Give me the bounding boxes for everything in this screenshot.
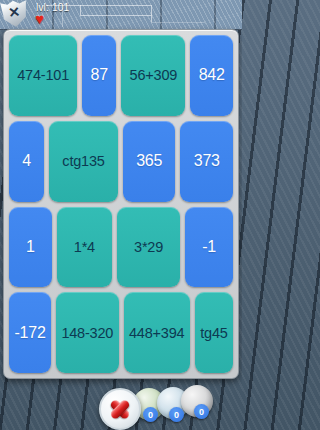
board-row: 1 1*4 3*29 -1 — [9, 207, 233, 288]
hud-line — [62, 8, 63, 27]
top-hud-bar: ✕ lvl: 101 ♥ — [0, 0, 242, 30]
hud-line — [151, 5, 152, 22]
hud-line — [151, 22, 205, 23]
shield-x-glyph: ✕ — [8, 3, 22, 20]
item-count-badge: 0 — [194, 404, 209, 419]
item-count-badge: 0 — [143, 407, 158, 422]
close-button[interactable] — [99, 388, 141, 430]
board-row: -172 148-320 448+394 tg45 — [9, 292, 233, 373]
tile-r2c3[interactable]: 365 — [123, 121, 176, 202]
tile-r1c1[interactable]: 474-101 — [9, 35, 77, 116]
tile-r1c2[interactable]: 87 — [82, 35, 116, 116]
tile-r3c2[interactable]: 1*4 — [57, 207, 112, 288]
tile-r4c1[interactable]: -172 — [9, 292, 51, 373]
tile-r2c4[interactable]: 373 — [180, 121, 233, 202]
tile-r3c3[interactable]: 3*29 — [117, 207, 180, 288]
tile-r3c1[interactable]: 1 — [9, 207, 52, 288]
hud-line — [80, 5, 81, 15]
shield-x-icon[interactable]: ✕ — [0, 0, 30, 29]
hud-line — [80, 15, 151, 16]
board-row: 4 ctg135 365 373 — [9, 121, 233, 202]
tile-r2c1[interactable]: 4 — [9, 121, 44, 202]
board-row: 474-101 87 56+309 842 — [9, 35, 233, 116]
tile-r4c4[interactable]: tg45 — [195, 292, 233, 373]
tile-r3c4[interactable]: -1 — [185, 207, 233, 288]
tile-r4c2[interactable]: 148-320 — [56, 292, 119, 373]
tile-r2c2[interactable]: ctg135 — [49, 121, 118, 202]
tile-r4c3[interactable]: 448+394 — [124, 292, 190, 373]
hud-line — [46, 5, 151, 6]
tile-r1c3[interactable]: 56+309 — [121, 35, 185, 116]
tile-r1c4[interactable]: 842 — [190, 35, 233, 116]
game-board-panel: 474-101 87 56+309 842 4 ctg135 365 373 1… — [3, 29, 239, 379]
item-count-badge: 0 — [169, 407, 184, 422]
heart-icon: ♥ — [35, 10, 44, 27]
